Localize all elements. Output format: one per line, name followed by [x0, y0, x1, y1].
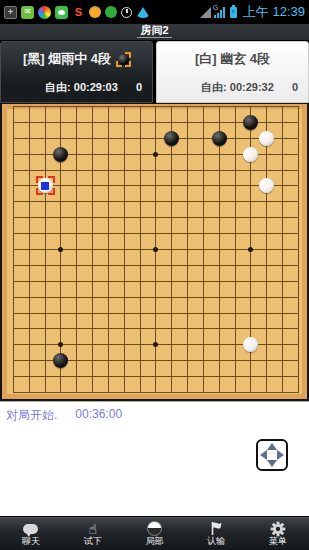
arrow-down-icon	[267, 460, 277, 467]
stone-white	[243, 147, 258, 162]
resign-flag-icon	[209, 521, 224, 536]
white-player-name: [白] 幽玄 4段	[195, 50, 270, 68]
room-title: 房间2	[137, 24, 171, 38]
status-bar: + ✉ S G 上午 12:39	[0, 0, 309, 24]
board-cell	[259, 178, 275, 194]
white-captures: 0	[292, 81, 298, 93]
notification-icons: + ✉ S	[4, 6, 196, 19]
stone-white	[259, 178, 274, 193]
wechat-icon	[55, 6, 68, 19]
chat-message-line: 对局开始. 00:36:00	[6, 407, 303, 424]
black-captures: 0	[136, 81, 142, 93]
player-panels: [黑] 烟雨中 4段 自由: 00:29:03 0 [白] 幽玄 4段 自由: …	[0, 40, 309, 103]
board-cell	[259, 130, 275, 146]
menu-button[interactable]: 菜单	[247, 517, 309, 550]
board-cell	[211, 130, 227, 146]
chat-panel: 对局开始. 00:36:00	[0, 401, 309, 516]
stone-black	[243, 115, 258, 130]
board-cell	[37, 178, 53, 194]
stone-white	[243, 337, 258, 352]
chat-message-time: 00:36:00	[75, 407, 122, 424]
board-cell	[53, 146, 69, 162]
board-cell	[243, 114, 259, 130]
shopping-bag-icon	[89, 6, 101, 18]
signal-bars-icon: G	[214, 6, 225, 18]
white-timer: 自由: 00:29:32	[183, 80, 292, 95]
title-bar: 房间2	[0, 24, 309, 40]
stone-black	[53, 147, 68, 162]
bottom-toolbar: 聊天 ☝ 试下 局部 认输	[0, 516, 309, 550]
clock-text: 上午 12:39	[243, 3, 305, 21]
stone-white	[259, 131, 274, 146]
count-circle-icon	[147, 521, 162, 536]
board-cell	[243, 146, 259, 162]
gear-icon	[270, 521, 286, 537]
go-board[interactable]	[0, 103, 309, 401]
selection-brackets	[36, 176, 55, 195]
alarm-clock-icon	[121, 7, 132, 18]
stones-layer	[6, 99, 307, 401]
stone-black	[164, 131, 179, 146]
board-cell	[243, 337, 259, 353]
signal-triangle-icon	[200, 7, 211, 18]
wifi-icon	[136, 7, 150, 18]
black-turn-indicator	[117, 53, 130, 66]
green-message-icon: ✉	[21, 6, 34, 19]
count-button[interactable]: 局部	[124, 517, 186, 550]
system-indicators: G 上午 12:39	[200, 3, 305, 21]
chat-button[interactable]: 聊天	[0, 517, 62, 550]
plus-box-icon: +	[4, 6, 17, 19]
trial-move-button[interactable]: ☝ 试下	[62, 517, 124, 550]
chat-message-text: 对局开始.	[6, 407, 57, 424]
sogou-icon: S	[72, 6, 85, 19]
arrow-right-icon	[277, 450, 284, 460]
board-cell	[53, 353, 69, 369]
board-pan-button[interactable]	[256, 439, 288, 471]
arrow-left-icon	[260, 450, 267, 460]
black-timer: 自由: 00:29:03	[27, 80, 136, 95]
board-cell	[164, 130, 180, 146]
stone-black	[212, 131, 227, 146]
pinwheel-browser-icon	[38, 6, 51, 19]
battery-icon	[230, 7, 237, 18]
black-player-name: [黑] 烟雨中 4段	[23, 50, 111, 68]
green-circle-icon	[105, 6, 117, 18]
black-player-panel: [黑] 烟雨中 4段 自由: 00:29:03 0	[0, 41, 153, 103]
white-player-panel: [白] 幽玄 4段 自由: 00:29:32 0	[156, 41, 309, 103]
hand-point-icon: ☝	[88, 522, 97, 536]
resign-button[interactable]: 认输	[185, 517, 247, 550]
arrow-up-icon	[267, 443, 277, 450]
chat-bubble-icon	[23, 524, 38, 534]
go-app-window: + ✉ S G 上午 12:39 房间2 [黑] 烟雨中 4段	[0, 0, 309, 550]
stone-black	[53, 353, 68, 368]
